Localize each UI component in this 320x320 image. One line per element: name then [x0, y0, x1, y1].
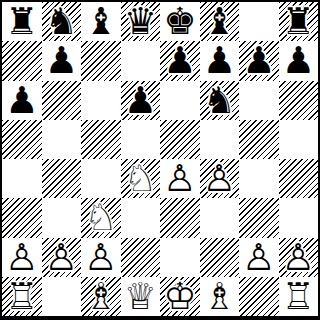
square-h3[interactable] [279, 198, 319, 237]
piece-black-knight: ♞♞ [200, 81, 240, 120]
square-d1[interactable]: ♛♕ [121, 277, 161, 316]
piece-glyph-outline: ♖ [279, 277, 319, 316]
square-f5[interactable] [200, 120, 240, 159]
piece-black-bishop: ♝♝ [200, 2, 240, 41]
piece-glyph-outline: ♘ [121, 159, 161, 198]
square-c4[interactable] [81, 159, 121, 198]
square-e2[interactable] [160, 238, 200, 277]
piece-white-pawn: ♟♙ [160, 159, 200, 198]
square-b6[interactable] [42, 81, 82, 120]
square-h6[interactable] [279, 81, 319, 120]
square-a3[interactable] [2, 198, 42, 237]
piece-black-king: ♚♚ [160, 2, 200, 41]
square-e1[interactable]: ♚♔ [160, 277, 200, 316]
piece-black-pawn: ♟♟ [42, 41, 82, 80]
piece-white-pawn: ♟♙ [200, 159, 240, 198]
piece-white-bishop: ♝♗ [200, 277, 240, 316]
square-d4[interactable]: ♞♘ [121, 159, 161, 198]
square-g1[interactable] [239, 277, 279, 316]
square-d2[interactable] [121, 238, 161, 277]
piece-white-knight: ♞♘ [121, 159, 161, 198]
piece-white-pawn: ♟♙ [279, 238, 319, 277]
piece-white-pawn: ♟♙ [239, 238, 279, 277]
piece-glyph-outline: ♝ [200, 2, 240, 41]
piece-glyph-outline: ♙ [160, 159, 200, 198]
piece-glyph-outline: ♟ [279, 41, 319, 80]
piece-glyph-outline: ♟ [42, 41, 82, 80]
piece-glyph-outline: ♙ [42, 238, 82, 277]
square-g3[interactable] [239, 198, 279, 237]
piece-glyph-outline: ♞ [200, 81, 240, 120]
square-h1[interactable]: ♜♖ [279, 277, 319, 316]
piece-glyph-outline: ♟ [121, 81, 161, 120]
square-f2[interactable] [200, 238, 240, 277]
square-h4[interactable] [279, 159, 319, 198]
square-g5[interactable] [239, 120, 279, 159]
square-c3[interactable]: ♞♘ [81, 198, 121, 237]
square-g6[interactable] [239, 81, 279, 120]
square-a8[interactable]: ♜♜ [2, 2, 42, 41]
piece-black-pawn: ♟♟ [2, 81, 42, 120]
piece-glyph-outline: ♙ [239, 238, 279, 277]
square-c7[interactable] [81, 41, 121, 80]
square-e4[interactable]: ♟♙ [160, 159, 200, 198]
piece-white-pawn: ♟♙ [81, 238, 121, 277]
square-e3[interactable] [160, 198, 200, 237]
piece-white-king: ♚♔ [160, 277, 200, 316]
square-d7[interactable] [121, 41, 161, 80]
piece-glyph-outline: ♟ [2, 81, 42, 120]
square-g8[interactable] [239, 2, 279, 41]
square-a5[interactable] [2, 120, 42, 159]
square-a4[interactable] [2, 159, 42, 198]
piece-black-pawn: ♟♟ [279, 41, 319, 80]
piece-glyph-outline: ♕ [121, 277, 161, 316]
piece-glyph-outline: ♚ [160, 2, 200, 41]
square-g4[interactable] [239, 159, 279, 198]
piece-glyph-outline: ♜ [279, 2, 319, 41]
piece-black-queen: ♛♛ [121, 2, 161, 41]
square-c8[interactable]: ♝♝ [81, 2, 121, 41]
piece-glyph-outline: ♙ [279, 238, 319, 277]
square-c6[interactable] [81, 81, 121, 120]
piece-white-knight: ♞♘ [81, 198, 121, 237]
square-f1[interactable]: ♝♗ [200, 277, 240, 316]
piece-black-rook: ♜♜ [279, 2, 319, 41]
piece-black-pawn: ♟♟ [200, 41, 240, 80]
square-h5[interactable] [279, 120, 319, 159]
square-b2[interactable]: ♟♙ [42, 238, 82, 277]
piece-black-rook: ♜♜ [2, 2, 42, 41]
chess-board: ♜♜♞♞♝♝♛♛♚♚♝♝♜♜♟♟♟♟♟♟♟♟♟♟♟♟♟♟♞♞♞♘♟♙♟♙♞♘♟♙… [0, 0, 320, 320]
square-c1[interactable]: ♝♗ [81, 277, 121, 316]
piece-glyph-outline: ♛ [121, 2, 161, 41]
square-a1[interactable]: ♜♖ [2, 277, 42, 316]
square-c2[interactable]: ♟♙ [81, 238, 121, 277]
piece-glyph-outline: ♟ [239, 41, 279, 80]
square-h2[interactable]: ♟♙ [279, 238, 319, 277]
square-f8[interactable]: ♝♝ [200, 2, 240, 41]
square-d8[interactable]: ♛♛ [121, 2, 161, 41]
piece-white-bishop: ♝♗ [81, 277, 121, 316]
piece-glyph-outline: ♘ [81, 198, 121, 237]
piece-white-pawn: ♟♙ [42, 238, 82, 277]
square-b8[interactable]: ♞♞ [42, 2, 82, 41]
square-b3[interactable] [42, 198, 82, 237]
piece-glyph-outline: ♖ [2, 277, 42, 316]
piece-white-rook: ♜♖ [2, 277, 42, 316]
piece-black-pawn: ♟♟ [121, 81, 161, 120]
piece-black-bishop: ♝♝ [81, 2, 121, 41]
square-c5[interactable] [81, 120, 121, 159]
square-b5[interactable] [42, 120, 82, 159]
square-f6[interactable]: ♞♞ [200, 81, 240, 120]
square-d6[interactable]: ♟♟ [121, 81, 161, 120]
square-g2[interactable]: ♟♙ [239, 238, 279, 277]
piece-glyph-outline: ♙ [2, 238, 42, 277]
square-e5[interactable] [160, 120, 200, 159]
piece-white-rook: ♜♖ [279, 277, 319, 316]
piece-black-pawn: ♟♟ [239, 41, 279, 80]
square-e7[interactable]: ♟♟ [160, 41, 200, 80]
piece-glyph-outline: ♟ [160, 41, 200, 80]
piece-white-pawn: ♟♙ [2, 238, 42, 277]
piece-glyph-outline: ♜ [2, 2, 42, 41]
piece-glyph-outline: ♝ [81, 2, 121, 41]
square-f4[interactable]: ♟♙ [200, 159, 240, 198]
square-b4[interactable] [42, 159, 82, 198]
square-b7[interactable]: ♟♟ [42, 41, 82, 80]
piece-black-knight: ♞♞ [42, 2, 82, 41]
piece-glyph-outline: ♔ [160, 277, 200, 316]
square-a7[interactable] [2, 41, 42, 80]
square-d5[interactable] [121, 120, 161, 159]
square-b1[interactable] [42, 277, 82, 316]
square-e8[interactable]: ♚♚ [160, 2, 200, 41]
piece-glyph-outline: ♙ [81, 238, 121, 277]
square-a2[interactable]: ♟♙ [2, 238, 42, 277]
piece-glyph-outline: ♟ [200, 41, 240, 80]
square-f7[interactable]: ♟♟ [200, 41, 240, 80]
piece-glyph-outline: ♞ [42, 2, 82, 41]
piece-glyph-outline: ♙ [200, 159, 240, 198]
square-a6[interactable]: ♟♟ [2, 81, 42, 120]
square-f3[interactable] [200, 198, 240, 237]
square-h8[interactable]: ♜♜ [279, 2, 319, 41]
piece-glyph-outline: ♗ [200, 277, 240, 316]
piece-white-queen: ♛♕ [121, 277, 161, 316]
square-d3[interactable] [121, 198, 161, 237]
square-h7[interactable]: ♟♟ [279, 41, 319, 80]
square-g7[interactable]: ♟♟ [239, 41, 279, 80]
piece-black-pawn: ♟♟ [160, 41, 200, 80]
piece-glyph-outline: ♗ [81, 277, 121, 316]
square-e6[interactable] [160, 81, 200, 120]
